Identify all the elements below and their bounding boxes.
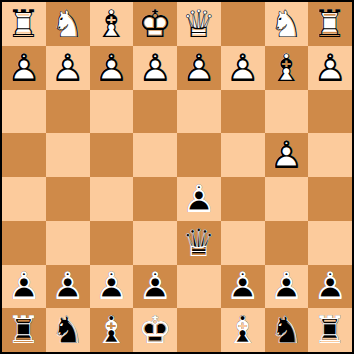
pawn-outline-glyph: ♙ bbox=[46, 46, 90, 90]
square-d3[interactable] bbox=[177, 90, 221, 134]
square-a3[interactable] bbox=[308, 90, 352, 134]
knight-outline-glyph: ♘ bbox=[46, 308, 90, 352]
black-pawn-piece[interactable]: ♟♙ bbox=[265, 265, 309, 309]
black-bishop-piece[interactable]: ♝♗ bbox=[221, 308, 265, 352]
white-pawn-piece[interactable]: ♟♙ bbox=[265, 133, 309, 177]
pawn-outline-glyph: ♙ bbox=[90, 265, 134, 309]
black-pawn-piece[interactable]: ♟♙ bbox=[2, 265, 46, 309]
square-c5[interactable] bbox=[221, 177, 265, 221]
white-bishop-piece[interactable]: ♝♗ bbox=[265, 46, 309, 90]
pawn-outline-glyph: ♙ bbox=[2, 265, 46, 309]
white-rook-piece[interactable]: ♜♖ bbox=[308, 2, 352, 46]
white-pawn-piece[interactable]: ♟♙ bbox=[221, 46, 265, 90]
square-e4[interactable] bbox=[133, 133, 177, 177]
square-g1[interactable]: ♞♘ bbox=[46, 2, 90, 46]
bishop-outline-glyph: ♗ bbox=[90, 2, 134, 46]
square-a6[interactable] bbox=[308, 221, 352, 265]
square-f1[interactable]: ♝♗ bbox=[90, 2, 134, 46]
bishop-outline-glyph: ♗ bbox=[90, 308, 134, 352]
square-c4[interactable] bbox=[221, 133, 265, 177]
square-g7[interactable]: ♟♙ bbox=[46, 265, 90, 309]
square-h2[interactable]: ♟♙ bbox=[2, 46, 46, 90]
square-h3[interactable] bbox=[2, 90, 46, 134]
square-f2[interactable]: ♟♙ bbox=[90, 46, 134, 90]
pawn-outline-glyph: ♙ bbox=[308, 46, 352, 90]
white-pawn-piece[interactable]: ♟♙ bbox=[90, 46, 134, 90]
knight-outline-glyph: ♘ bbox=[46, 2, 90, 46]
square-b7[interactable]: ♟♙ bbox=[265, 265, 309, 309]
white-pawn-piece[interactable]: ♟♙ bbox=[177, 46, 221, 90]
queen-outline-glyph: ♕ bbox=[177, 2, 221, 46]
white-pawn-piece[interactable]: ♟♙ bbox=[46, 46, 90, 90]
square-h5[interactable] bbox=[2, 177, 46, 221]
square-e6[interactable] bbox=[133, 221, 177, 265]
black-knight-piece[interactable]: ♞♘ bbox=[265, 308, 309, 352]
square-h7[interactable]: ♟♙ bbox=[2, 265, 46, 309]
square-c2[interactable]: ♟♙ bbox=[221, 46, 265, 90]
square-c6[interactable] bbox=[221, 221, 265, 265]
white-pawn-piece[interactable]: ♟♙ bbox=[133, 46, 177, 90]
white-queen-piece[interactable]: ♛♕ bbox=[177, 2, 221, 46]
pawn-outline-glyph: ♙ bbox=[177, 177, 221, 221]
king-outline-glyph: ♔ bbox=[133, 308, 177, 352]
black-pawn-piece[interactable]: ♟♙ bbox=[133, 265, 177, 309]
square-a8[interactable]: ♜♖ bbox=[308, 308, 352, 352]
rook-outline-glyph: ♖ bbox=[308, 2, 352, 46]
king-outline-glyph: ♔ bbox=[133, 2, 177, 46]
square-h6[interactable] bbox=[2, 221, 46, 265]
square-g8[interactable]: ♞♘ bbox=[46, 308, 90, 352]
pawn-outline-glyph: ♙ bbox=[221, 46, 265, 90]
square-b1[interactable]: ♞♘ bbox=[265, 2, 309, 46]
white-bishop-piece[interactable]: ♝♗ bbox=[90, 2, 134, 46]
square-e3[interactable] bbox=[133, 90, 177, 134]
square-e7[interactable]: ♟♙ bbox=[133, 265, 177, 309]
pawn-outline-glyph: ♙ bbox=[308, 265, 352, 309]
white-pawn-piece[interactable]: ♟♙ bbox=[308, 46, 352, 90]
bishop-outline-glyph: ♗ bbox=[221, 308, 265, 352]
pawn-outline-glyph: ♙ bbox=[221, 265, 265, 309]
square-e2[interactable]: ♟♙ bbox=[133, 46, 177, 90]
knight-outline-glyph: ♘ bbox=[265, 308, 309, 352]
pawn-outline-glyph: ♙ bbox=[133, 265, 177, 309]
pawn-outline-glyph: ♙ bbox=[265, 265, 309, 309]
square-e8[interactable]: ♚♔ bbox=[133, 308, 177, 352]
square-f7[interactable]: ♟♙ bbox=[90, 265, 134, 309]
bishop-outline-glyph: ♗ bbox=[265, 46, 309, 90]
square-f4[interactable] bbox=[90, 133, 134, 177]
square-b4[interactable]: ♟♙ bbox=[265, 133, 309, 177]
black-knight-piece[interactable]: ♞♘ bbox=[46, 308, 90, 352]
square-f8[interactable]: ♝♗ bbox=[90, 308, 134, 352]
square-a1[interactable]: ♜♖ bbox=[308, 2, 352, 46]
white-knight-piece[interactable]: ♞♘ bbox=[46, 2, 90, 46]
square-d5[interactable]: ♟♙ bbox=[177, 177, 221, 221]
square-a5[interactable] bbox=[308, 177, 352, 221]
pawn-outline-glyph: ♙ bbox=[90, 46, 134, 90]
square-g2[interactable]: ♟♙ bbox=[46, 46, 90, 90]
square-f3[interactable] bbox=[90, 90, 134, 134]
black-pawn-piece[interactable]: ♟♙ bbox=[221, 265, 265, 309]
square-e5[interactable] bbox=[133, 177, 177, 221]
square-c3[interactable] bbox=[221, 90, 265, 134]
black-bishop-piece[interactable]: ♝♗ bbox=[90, 308, 134, 352]
square-b5[interactable] bbox=[265, 177, 309, 221]
square-b6[interactable] bbox=[265, 221, 309, 265]
black-pawn-piece[interactable]: ♟♙ bbox=[308, 265, 352, 309]
square-d7[interactable] bbox=[177, 265, 221, 309]
black-rook-piece[interactable]: ♜♖ bbox=[2, 308, 46, 352]
square-g3[interactable] bbox=[46, 90, 90, 134]
black-king-piece[interactable]: ♚♔ bbox=[133, 308, 177, 352]
rook-outline-glyph: ♖ bbox=[308, 308, 352, 352]
square-d8[interactable] bbox=[177, 308, 221, 352]
pawn-outline-glyph: ♙ bbox=[133, 46, 177, 90]
chess-board: ♜♖♞♘♝♗♚♔♛♕♞♘♜♖♟♙♟♙♟♙♟♙♟♙♟♙♝♗♟♙♟♙♟♙♛♕♟♙♟♙… bbox=[0, 0, 354, 354]
square-c7[interactable]: ♟♙ bbox=[221, 265, 265, 309]
white-pawn-piece[interactable]: ♟♙ bbox=[2, 46, 46, 90]
square-b8[interactable]: ♞♘ bbox=[265, 308, 309, 352]
square-h4[interactable] bbox=[2, 133, 46, 177]
white-rook-piece[interactable]: ♜♖ bbox=[2, 2, 46, 46]
black-pawn-piece[interactable]: ♟♙ bbox=[90, 265, 134, 309]
square-h1[interactable]: ♜♖ bbox=[2, 2, 46, 46]
queen-outline-glyph: ♕ bbox=[177, 221, 221, 265]
black-rook-piece[interactable]: ♜♖ bbox=[308, 308, 352, 352]
square-b2[interactable]: ♝♗ bbox=[265, 46, 309, 90]
white-knight-piece[interactable]: ♞♘ bbox=[265, 2, 309, 46]
black-pawn-piece[interactable]: ♟♙ bbox=[177, 177, 221, 221]
pawn-outline-glyph: ♙ bbox=[177, 46, 221, 90]
square-a7[interactable]: ♟♙ bbox=[308, 265, 352, 309]
square-f5[interactable] bbox=[90, 177, 134, 221]
square-d2[interactable]: ♟♙ bbox=[177, 46, 221, 90]
square-g5[interactable] bbox=[46, 177, 90, 221]
square-a2[interactable]: ♟♙ bbox=[308, 46, 352, 90]
square-g6[interactable] bbox=[46, 221, 90, 265]
square-d1[interactable]: ♛♕ bbox=[177, 2, 221, 46]
black-queen-piece[interactable]: ♛♕ bbox=[177, 221, 221, 265]
pawn-outline-glyph: ♙ bbox=[46, 265, 90, 309]
pawn-outline-glyph: ♙ bbox=[2, 46, 46, 90]
square-a4[interactable] bbox=[308, 133, 352, 177]
square-b3[interactable] bbox=[265, 90, 309, 134]
rook-outline-glyph: ♖ bbox=[2, 2, 46, 46]
square-e1[interactable]: ♚♔ bbox=[133, 2, 177, 46]
black-pawn-piece[interactable]: ♟♙ bbox=[46, 265, 90, 309]
square-c8[interactable]: ♝♗ bbox=[221, 308, 265, 352]
square-c1[interactable] bbox=[221, 2, 265, 46]
square-g4[interactable] bbox=[46, 133, 90, 177]
rook-outline-glyph: ♖ bbox=[2, 308, 46, 352]
pawn-outline-glyph: ♙ bbox=[265, 133, 309, 177]
square-f6[interactable] bbox=[90, 221, 134, 265]
white-king-piece[interactable]: ♚♔ bbox=[133, 2, 177, 46]
square-d6[interactable]: ♛♕ bbox=[177, 221, 221, 265]
square-h8[interactable]: ♜♖ bbox=[2, 308, 46, 352]
knight-outline-glyph: ♘ bbox=[265, 2, 309, 46]
square-d4[interactable] bbox=[177, 133, 221, 177]
